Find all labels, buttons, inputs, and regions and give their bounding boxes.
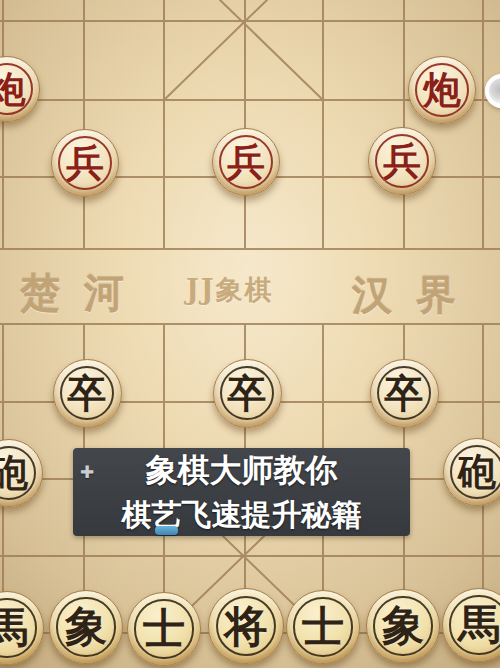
xiangqi-board[interactable]: 楚河 汉界 JJ象棋 炮炮兵兵兵卒卒卒砲砲馬象士将士象馬 <box>0 0 500 668</box>
piece-glyph: 卒 <box>228 374 267 413</box>
piece-black-soldier[interactable]: 卒 <box>53 359 122 428</box>
river-label-hanjie: 汉界 <box>352 268 480 323</box>
piece-glyph: 象 <box>65 606 107 648</box>
river-label-chuhe: 楚河 <box>20 266 148 321</box>
piece-glyph: 象 <box>382 605 424 647</box>
piece-glyph: 将 <box>225 605 268 648</box>
blue-underline-pill <box>155 526 178 535</box>
piece-black-advisor[interactable]: 士 <box>127 592 201 666</box>
piece-glyph: 砲 <box>458 453 496 491</box>
piece-glyph: 士 <box>302 606 344 648</box>
piece-red-soldier[interactable]: 兵 <box>212 128 280 196</box>
caption-line-1: 象棋大师教你 <box>146 449 338 493</box>
piece-glyph: 炮 <box>0 71 26 108</box>
piece-black-general[interactable]: 将 <box>208 588 284 664</box>
piece-glyph: 兵 <box>227 143 265 181</box>
piece-black-advisor[interactable]: 士 <box>286 590 360 664</box>
piece-black-elephant[interactable]: 象 <box>49 590 123 664</box>
piece-red-cannon[interactable]: 炮 <box>408 56 476 124</box>
piece-black-elephant[interactable]: 象 <box>366 589 440 663</box>
piece-glyph: 兵 <box>383 142 421 180</box>
piece-black-soldier[interactable]: 卒 <box>213 359 282 428</box>
app-watermark: JJ象棋 <box>186 272 274 308</box>
caption-box: 象棋大师教你 棋艺飞速提升秘籍 <box>73 448 410 536</box>
piece-glyph: 兵 <box>66 144 104 182</box>
piece-glyph: 馬 <box>458 604 500 646</box>
piece-glyph: 卒 <box>385 374 424 413</box>
piece-glyph: 士 <box>143 608 185 650</box>
piece-glyph: 炮 <box>423 71 461 109</box>
plus-icon: ✚ <box>78 463 96 481</box>
piece-red-soldier[interactable]: 兵 <box>368 127 436 195</box>
piece-glyph: 卒 <box>68 374 107 413</box>
piece-glyph: 馬 <box>0 607 28 649</box>
piece-glyph: 砲 <box>0 454 28 492</box>
piece-black-soldier[interactable]: 卒 <box>370 359 439 428</box>
piece-red-soldier[interactable]: 兵 <box>51 129 119 197</box>
